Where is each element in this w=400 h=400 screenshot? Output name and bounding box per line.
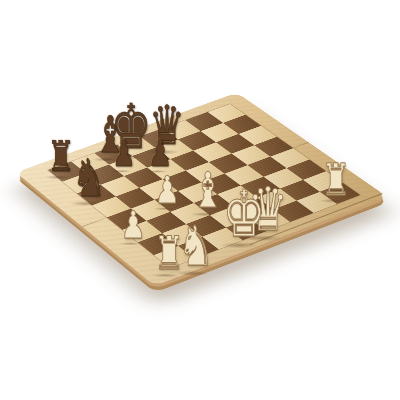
white-bishop-d3[interactable]: ♝ (192, 166, 225, 215)
black-pawn-d7[interactable]: ♟ (148, 135, 173, 172)
white-pawn-a3[interactable]: ♟ (120, 206, 145, 244)
black-knight-a6[interactable]: ♞ (72, 152, 107, 204)
white-rook-h1[interactable]: ♜ (321, 158, 350, 202)
white-rook-a1[interactable]: ♜ (154, 230, 185, 276)
white-pawn-c5[interactable]: ♟ (154, 171, 179, 209)
chess-photo-scene: ♛♚♝♟♟♜♜♞♟♝♛♚♟♞♜ (0, 0, 400, 400)
white-king-d1[interactable]: ♚ (223, 182, 265, 246)
black-pawn-c7[interactable]: ♟ (112, 136, 136, 172)
